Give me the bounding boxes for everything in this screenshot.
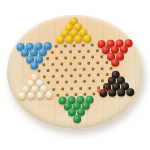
star-grid xyxy=(15,16,136,124)
hole[interactable] xyxy=(64,57,67,60)
peg-white[interactable] xyxy=(36,91,44,99)
hole[interactable] xyxy=(59,51,62,54)
hole[interactable] xyxy=(55,45,58,48)
hole[interactable] xyxy=(105,61,108,64)
peg-black[interactable] xyxy=(117,89,125,97)
hole[interactable] xyxy=(56,93,59,96)
hole[interactable] xyxy=(60,75,63,78)
hole[interactable] xyxy=(65,93,68,96)
hole[interactable] xyxy=(82,56,85,59)
photo-stage: goki xyxy=(0,0,150,150)
chinese-checkers-board: goki xyxy=(7,15,143,129)
peg-white[interactable] xyxy=(27,92,35,100)
hole[interactable] xyxy=(95,49,98,52)
hole[interactable] xyxy=(100,67,103,70)
hole[interactable] xyxy=(96,74,99,77)
hole[interactable] xyxy=(83,92,86,95)
board-cell xyxy=(26,93,35,99)
hole[interactable] xyxy=(92,80,95,83)
board-cell xyxy=(44,92,53,98)
hole[interactable] xyxy=(50,51,53,54)
board-cell xyxy=(125,89,134,95)
hole[interactable] xyxy=(69,75,72,78)
peg-white[interactable] xyxy=(18,92,26,100)
hole[interactable] xyxy=(79,86,82,89)
hole[interactable] xyxy=(88,86,91,89)
hole[interactable] xyxy=(96,62,99,65)
hole[interactable] xyxy=(65,81,68,84)
hole[interactable] xyxy=(61,87,64,90)
hole[interactable] xyxy=(51,63,54,66)
hole[interactable] xyxy=(78,74,81,77)
board-cell xyxy=(17,93,26,99)
hole[interactable] xyxy=(91,56,94,59)
hole[interactable] xyxy=(86,50,89,53)
hole[interactable] xyxy=(82,44,85,47)
hole[interactable] xyxy=(47,81,50,84)
hole[interactable] xyxy=(73,56,76,59)
board-cell xyxy=(116,90,125,96)
hole[interactable] xyxy=(46,69,49,72)
hole[interactable] xyxy=(74,93,77,96)
hole[interactable] xyxy=(46,57,49,60)
hole[interactable] xyxy=(109,67,112,70)
hole[interactable] xyxy=(55,57,58,60)
hole[interactable] xyxy=(77,50,80,53)
hole[interactable] xyxy=(64,69,67,72)
hole[interactable] xyxy=(87,62,90,65)
hole[interactable] xyxy=(55,69,58,72)
hole[interactable] xyxy=(42,63,45,66)
hole[interactable] xyxy=(87,74,90,77)
hole[interactable] xyxy=(91,68,94,71)
hole[interactable] xyxy=(74,81,77,84)
hole[interactable] xyxy=(78,62,81,65)
hole[interactable] xyxy=(42,76,45,79)
hole[interactable] xyxy=(68,50,71,53)
board-cell xyxy=(35,92,44,98)
peg-white[interactable] xyxy=(45,91,53,99)
hole[interactable] xyxy=(52,87,55,90)
brand-label: goki xyxy=(97,86,110,93)
hole[interactable] xyxy=(101,80,104,83)
hole[interactable] xyxy=(60,63,63,66)
board-cell xyxy=(72,115,81,121)
hole[interactable] xyxy=(56,81,59,84)
peg-black[interactable] xyxy=(126,88,134,96)
hole[interactable] xyxy=(73,44,76,47)
hole[interactable] xyxy=(82,68,85,71)
hole[interactable] xyxy=(105,73,108,76)
hole[interactable] xyxy=(37,70,40,73)
peg-green[interactable] xyxy=(73,114,81,122)
hole[interactable] xyxy=(64,44,67,47)
hole[interactable] xyxy=(69,62,72,65)
hole[interactable] xyxy=(83,80,86,83)
hole[interactable] xyxy=(51,75,54,78)
hole[interactable] xyxy=(100,55,103,58)
hole[interactable] xyxy=(73,68,76,71)
hole[interactable] xyxy=(70,87,73,90)
hole[interactable] xyxy=(92,92,95,95)
hole[interactable] xyxy=(91,43,94,46)
